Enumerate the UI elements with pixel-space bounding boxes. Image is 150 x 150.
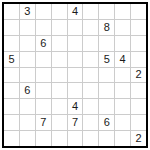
- cell-r7c6[interactable]: [83, 99, 98, 114]
- cell-r8c4[interactable]: [52, 115, 67, 130]
- cell-r9c1[interactable]: [4, 131, 19, 146]
- cell-r9c8[interactable]: [115, 131, 130, 146]
- cell-r9c3[interactable]: [36, 131, 51, 146]
- puzzle-board: 34865542647762: [2, 2, 148, 148]
- cell-r8c8[interactable]: [115, 115, 130, 130]
- cell-r7c4[interactable]: [52, 99, 67, 114]
- cell-r5c2[interactable]: [20, 68, 35, 83]
- cell-r2c8[interactable]: [115, 20, 130, 35]
- cell-r1c1[interactable]: [4, 4, 19, 19]
- cell-r4c3[interactable]: [36, 52, 51, 67]
- cell-r5c1[interactable]: [4, 68, 19, 83]
- cell-r3c2[interactable]: [20, 36, 35, 51]
- cell-r8c6[interactable]: [83, 115, 98, 130]
- cell-r2c6[interactable]: [83, 20, 98, 35]
- cell-r6c2-given-6[interactable]: 6: [20, 83, 35, 98]
- cell-r1c2-given-3[interactable]: 3: [20, 4, 35, 19]
- cell-r5c5[interactable]: [68, 68, 83, 83]
- cell-r8c7-given-6[interactable]: 6: [99, 115, 114, 130]
- cell-r2c4[interactable]: [52, 20, 67, 35]
- cell-r3c4[interactable]: [52, 36, 67, 51]
- cell-r6c8[interactable]: [115, 83, 130, 98]
- puzzle-screen: 34865542647762: [0, 0, 150, 150]
- cell-r8c5-given-7[interactable]: 7: [68, 115, 83, 130]
- cell-r9c6[interactable]: [83, 131, 98, 146]
- cell-r8c1[interactable]: [4, 115, 19, 130]
- cell-r1c8[interactable]: [115, 4, 130, 19]
- cell-r1c4[interactable]: [52, 4, 67, 19]
- cell-r6c7[interactable]: [99, 83, 114, 98]
- cell-r8c2[interactable]: [20, 115, 35, 130]
- cell-r2c9[interactable]: [131, 20, 146, 35]
- cell-r4c6[interactable]: [83, 52, 98, 67]
- cell-r1c5-given-4[interactable]: 4: [68, 4, 83, 19]
- cell-r2c2[interactable]: [20, 20, 35, 35]
- cell-r9c4[interactable]: [52, 131, 67, 146]
- cell-r9c9-given-2[interactable]: 2: [131, 131, 146, 146]
- cell-r3c8[interactable]: [115, 36, 130, 51]
- cell-r4c2[interactable]: [20, 52, 35, 67]
- cell-r7c1[interactable]: [4, 99, 19, 114]
- cell-r2c5[interactable]: [68, 20, 83, 35]
- cell-r4c8-given-4[interactable]: 4: [115, 52, 130, 67]
- cell-r5c9-given-2[interactable]: 2: [131, 68, 146, 83]
- cell-r3c3-given-6[interactable]: 6: [36, 36, 51, 51]
- cell-r2c1[interactable]: [4, 20, 19, 35]
- cell-r6c1[interactable]: [4, 83, 19, 98]
- cell-r4c9[interactable]: [131, 52, 146, 67]
- cell-r9c2[interactable]: [20, 131, 35, 146]
- cell-r8c9[interactable]: [131, 115, 146, 130]
- cell-r6c9[interactable]: [131, 83, 146, 98]
- cell-r7c3[interactable]: [36, 99, 51, 114]
- cell-r7c9[interactable]: [131, 99, 146, 114]
- cell-r3c6[interactable]: [83, 36, 98, 51]
- cell-r3c5[interactable]: [68, 36, 83, 51]
- cell-r5c3[interactable]: [36, 68, 51, 83]
- cell-r8c3-given-7[interactable]: 7: [36, 115, 51, 130]
- cell-r5c4[interactable]: [52, 68, 67, 83]
- cell-r3c7[interactable]: [99, 36, 114, 51]
- cell-r1c6[interactable]: [83, 4, 98, 19]
- cell-r4c1-given-5[interactable]: 5: [4, 52, 19, 67]
- cell-r1c7[interactable]: [99, 4, 114, 19]
- cell-r9c7[interactable]: [99, 131, 114, 146]
- cell-r3c9[interactable]: [131, 36, 146, 51]
- cell-r3c1[interactable]: [4, 36, 19, 51]
- cell-r7c7[interactable]: [99, 99, 114, 114]
- cell-r6c4[interactable]: [52, 83, 67, 98]
- cell-r1c3[interactable]: [36, 4, 51, 19]
- cell-r4c5[interactable]: [68, 52, 83, 67]
- cell-r4c7-given-5[interactable]: 5: [99, 52, 114, 67]
- cell-r5c6[interactable]: [83, 68, 98, 83]
- cell-r7c2[interactable]: [20, 99, 35, 114]
- cell-r5c8[interactable]: [115, 68, 130, 83]
- cell-r6c5[interactable]: [68, 83, 83, 98]
- cell-r6c3[interactable]: [36, 83, 51, 98]
- cell-r2c7-given-8[interactable]: 8: [99, 20, 114, 35]
- cell-r9c5[interactable]: [68, 131, 83, 146]
- cell-r2c3[interactable]: [36, 20, 51, 35]
- cell-r7c8[interactable]: [115, 99, 130, 114]
- cell-r6c6[interactable]: [83, 83, 98, 98]
- cell-r7c5-given-4[interactable]: 4: [68, 99, 83, 114]
- cell-r5c7[interactable]: [99, 68, 114, 83]
- cell-r1c9[interactable]: [131, 4, 146, 19]
- cell-r4c4[interactable]: [52, 52, 67, 67]
